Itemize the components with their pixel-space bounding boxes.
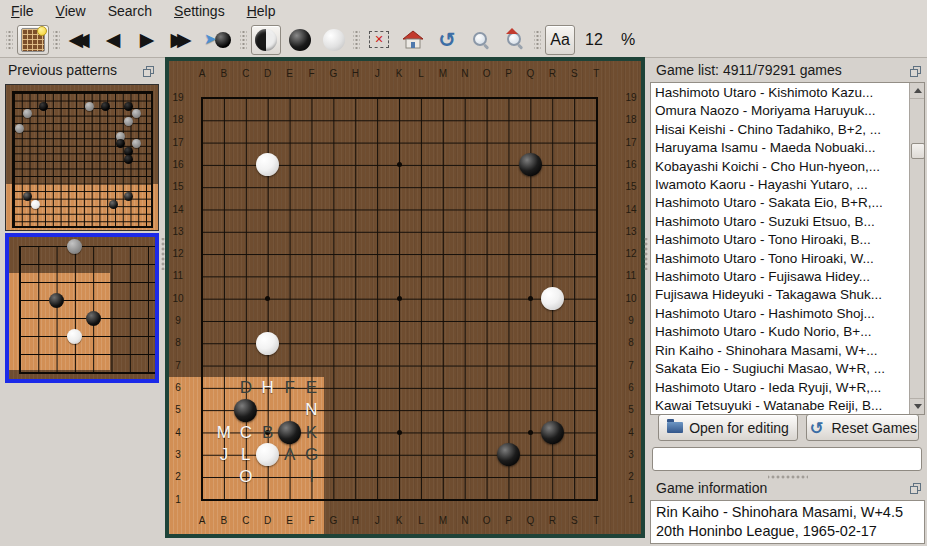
coord-left-11: 11 — [169, 270, 188, 281]
coord-top-D: D — [259, 68, 277, 79]
game-list-scrollbar[interactable] — [909, 83, 924, 414]
game-list-item[interactable]: Sakata Eio - Sugiuchi Masao, W+R, ... — [651, 360, 909, 378]
thumb-black-stone — [124, 102, 133, 111]
coord-top-C: C — [237, 68, 255, 79]
coord-bottom-D: D — [259, 515, 277, 526]
coord-bottom-S: S — [565, 515, 583, 526]
coord-right-18: 18 — [621, 114, 641, 125]
toolbar-separator — [353, 29, 360, 51]
coord-right-3: 3 — [621, 449, 641, 460]
coord-left-3: 3 — [169, 449, 188, 460]
coord-left-14: 14 — [169, 204, 188, 215]
coord-top-L: L — [412, 68, 430, 79]
coord-left-12: 12 — [169, 248, 188, 259]
coord-right-15: 15 — [621, 181, 641, 192]
coord-bottom-K: K — [390, 515, 408, 526]
scrollbar-thumb[interactable] — [911, 143, 925, 159]
new-pattern-search-button[interactable] — [17, 25, 49, 55]
thumb-white-stone — [124, 117, 133, 126]
continuation-label-C-C4[interactable]: C — [235, 422, 257, 444]
coord-left-8: 8 — [169, 337, 188, 348]
coord-bottom-Q: Q — [522, 515, 540, 526]
star-point-K4 — [397, 430, 402, 435]
coord-top-G: G — [324, 68, 342, 79]
coord-left-18: 18 — [169, 114, 188, 125]
menubar: FileViewSearchSettingsHelp — [0, 0, 927, 22]
coord-bottom-N: N — [456, 515, 474, 526]
continuation-label-I-F2[interactable]: I — [301, 466, 323, 488]
toolbar-separator — [240, 29, 247, 51]
half-black-white-stone-icon — [255, 29, 277, 51]
coord-bottom-H: H — [346, 515, 364, 526]
continuation-label-N-F5[interactable]: N — [301, 399, 323, 421]
game-list-item[interactable]: Hashimoto Utaro - Ieda Ryuji, W+R,... — [651, 379, 909, 397]
continuation-label-M-B4[interactable]: M — [213, 422, 235, 444]
thumb-black-stone — [39, 102, 48, 111]
coord-top-J: J — [368, 68, 386, 79]
magnifier-home-icon — [505, 30, 525, 50]
scroll-up-button[interactable] — [910, 83, 925, 99]
continuation-label-J-B3[interactable]: J — [213, 444, 235, 466]
game-list-item[interactable]: Hashimoto Utaro - Fujisawa Hidey... — [651, 268, 909, 286]
triangle-down-icon — [914, 404, 922, 409]
menu-settings[interactable]: Settings — [163, 1, 236, 21]
coord-bottom-E: E — [281, 515, 299, 526]
go-to-end-icon — [204, 29, 232, 51]
thumb-white-stone — [67, 239, 82, 254]
black-stone-C5[interactable] — [234, 399, 257, 422]
game-list-item[interactable]: Iwamoto Kaoru - Hayashi Yutaro, ... — [651, 176, 909, 194]
font-size-value[interactable]: 12 — [579, 25, 609, 55]
thumbnail-grid — [20, 246, 155, 373]
game-list-item[interactable]: Hashimoto Utaro - Suzuki Etsuo, B... — [651, 213, 909, 231]
menu-search[interactable]: Search — [97, 1, 163, 21]
coord-left-19: 19 — [169, 92, 188, 103]
white-stone-button[interactable] — [319, 25, 349, 55]
coord-top-B: B — [215, 68, 233, 79]
font-toggle-button[interactable]: Aa — [545, 25, 575, 55]
coord-right-4: 4 — [621, 427, 641, 438]
coord-right-12: 12 — [621, 248, 641, 259]
folder-icon — [667, 422, 683, 433]
coord-top-Q: Q — [522, 68, 540, 79]
game-list-item[interactable]: Hashimoto Utaro - Tono Hiroaki, B... — [651, 231, 909, 249]
coord-right-14: 14 — [621, 204, 641, 215]
go-to-end-button[interactable] — [200, 25, 236, 55]
coord-left-6: 6 — [169, 382, 188, 393]
coord-right-2: 2 — [621, 471, 641, 482]
coord-top-E: E — [281, 68, 299, 79]
game-list-item[interactable]: Rin Kaiho - Shinohara Masami, W+... — [651, 342, 909, 360]
thumb-white-stone — [31, 200, 40, 209]
menu-help[interactable]: Help — [236, 1, 287, 21]
fast-forward-icon: ▶▶ — [170, 30, 191, 49]
continuation-label-L-C3[interactable]: L — [235, 444, 257, 466]
coord-left-17: 17 — [169, 137, 188, 148]
continuation-label-H-D6[interactable]: H — [257, 377, 279, 399]
thumb-black-stone — [101, 102, 110, 111]
rotate-arrow-icon — [438, 28, 456, 52]
game-list-filter-input[interactable] — [652, 447, 922, 471]
home-icon — [402, 30, 424, 50]
coord-left-7: 7 — [169, 360, 188, 371]
coord-bottom-C: C — [237, 515, 255, 526]
game-information-title: Game information — [656, 480, 767, 496]
previous-pattern-thumbnail-1[interactable] — [5, 84, 159, 231]
zoom-button[interactable] — [466, 25, 496, 55]
coord-right-17: 17 — [621, 137, 641, 148]
thumb-white-stone — [67, 329, 82, 344]
dock-icon[interactable] — [910, 66, 921, 77]
thumb-black-stone — [109, 200, 118, 209]
white-stone-icon — [323, 29, 345, 51]
coord-top-H: H — [346, 68, 364, 79]
star-point-K10 — [397, 296, 402, 301]
coord-left-9: 9 — [169, 315, 188, 326]
fast-forward-button[interactable]: ▶▶ — [166, 25, 196, 55]
menu-view[interactable]: View — [45, 1, 97, 21]
coord-right-16: 16 — [621, 159, 641, 170]
magnifier-icon — [471, 30, 491, 50]
thumb-black-stone — [86, 311, 101, 326]
scroll-down-button[interactable] — [910, 398, 925, 414]
continuation-label-F-E6[interactable]: F — [279, 377, 301, 399]
coord-bottom-T: T — [587, 515, 605, 526]
board-grid-icon — [21, 28, 45, 52]
coord-right-6: 6 — [621, 382, 641, 393]
coord-top-P: P — [500, 68, 518, 79]
game-list-title: Game list: 4911/79291 games — [656, 62, 842, 78]
coord-right-8: 8 — [621, 337, 641, 348]
coord-left-4: 4 — [169, 427, 188, 438]
game-list-item[interactable]: Hisai Keishi - Chino Tadahiko, B+2, ... — [651, 121, 909, 139]
white-stone-D8[interactable] — [256, 332, 279, 355]
coord-top-K: K — [390, 68, 408, 79]
forward-button[interactable]: ▶ — [132, 25, 162, 55]
continuation-label-K-F4[interactable]: K — [301, 422, 323, 444]
right-panel: Game list: 4911/79291 games Hashimoto Ut… — [648, 58, 927, 546]
rewind-button[interactable]: ◀◀ — [64, 25, 94, 55]
black-stone-R4[interactable] — [541, 421, 564, 444]
home-button[interactable] — [398, 25, 428, 55]
game-list-item[interactable]: Omura Naozo - Moriyama Haruyuk... — [651, 102, 909, 120]
coord-top-A: A — [193, 68, 211, 79]
forward-icon: ▶ — [140, 30, 155, 49]
coord-top-S: S — [565, 68, 583, 79]
coord-right-13: 13 — [621, 226, 641, 237]
delete-icon — [369, 31, 389, 48]
black-stone-button[interactable] — [285, 25, 315, 55]
continuation-label-G-F3[interactable]: G — [301, 444, 323, 466]
game-list-item[interactable]: Haruyama Isamu - Maeda Nobuaki... — [651, 139, 909, 157]
game-info-line-2: 20th Honinbo League, 1965-02-17 — [656, 522, 919, 541]
rewind-icon: ◀◀ — [68, 30, 89, 49]
clear-board-button[interactable] — [364, 25, 394, 55]
back-button[interactable]: ◀ — [98, 25, 128, 55]
coord-top-N: N — [456, 68, 474, 79]
continuation-label-A-E3[interactable]: A — [279, 444, 301, 466]
coord-bottom-J: J — [368, 515, 386, 526]
info-splitter-handle[interactable] — [768, 474, 808, 480]
coord-left-16: 16 — [169, 159, 188, 170]
game-information-box[interactable]: Rin Kaiho - Shinohara Masami, W+4.5 20th… — [650, 500, 925, 544]
open-for-editing-button[interactable]: Open for editing — [658, 414, 798, 441]
game-list-item[interactable]: Hashimoto Utaro - Kudo Norio, B+... — [651, 323, 909, 341]
coord-top-O: O — [478, 68, 496, 79]
triangle-up-icon — [914, 88, 922, 93]
toolbar-separator — [534, 29, 541, 51]
coord-left-1: 1 — [169, 494, 188, 505]
coord-bottom-G: G — [324, 515, 342, 526]
coord-right-11: 11 — [621, 270, 641, 281]
coord-right-9: 9 — [621, 315, 641, 326]
game-list-item[interactable]: Kobayashi Koichi - Cho Hun-hyeon,... — [651, 158, 909, 176]
coord-left-5: 5 — [169, 404, 188, 415]
coord-top-F: F — [303, 68, 321, 79]
alternate-color-button[interactable] — [251, 25, 281, 55]
coord-top-M: M — [434, 68, 452, 79]
black-stone-icon — [289, 29, 311, 51]
coord-bottom-M: M — [434, 515, 452, 526]
dock-icon[interactable] — [910, 483, 921, 494]
percent-button[interactable]: % — [613, 25, 643, 55]
coord-left-15: 15 — [169, 181, 188, 192]
menu-file[interactable]: File — [0, 1, 45, 21]
continuation-label-B-D4[interactable]: B — [257, 422, 279, 444]
coord-bottom-R: R — [543, 515, 561, 526]
game-list-item[interactable]: Kawai Tetsuyuki - Watanabe Reiji, B... — [651, 397, 909, 415]
coord-bottom-B: B — [215, 515, 233, 526]
toolbar-separator — [53, 29, 60, 51]
game-list-item[interactable]: Hashimoto Utaro - Hashimoto Shoj... — [651, 305, 909, 323]
dock-icon[interactable] — [143, 66, 154, 77]
coord-right-10: 10 — [621, 293, 641, 304]
coord-right-1: 1 — [621, 494, 641, 505]
coord-right-19: 19 — [621, 92, 641, 103]
coord-top-R: R — [543, 68, 561, 79]
game-list-item[interactable]: Hashimoto Utaro - Kishimoto Kazu... — [651, 84, 909, 102]
coord-bottom-A: A — [193, 515, 211, 526]
toolbar-drag-handle[interactable] — [6, 29, 13, 51]
coord-top-T: T — [587, 68, 605, 79]
back-icon: ◀ — [106, 30, 121, 49]
continuation-label-D-C6[interactable]: D — [235, 377, 257, 399]
rotate-arrow-icon — [810, 418, 824, 437]
reset-games-button[interactable]: Reset Games — [806, 414, 919, 441]
game-list-item[interactable]: Fujisawa Hideyuki - Takagawa Shuk... — [651, 286, 909, 304]
coord-left-2: 2 — [169, 471, 188, 482]
toolbar: ◀◀ ◀ ▶ ▶▶ Aa 12 % — [0, 22, 927, 58]
coord-bottom-F: F — [303, 515, 321, 526]
game-info-line-1: Rin Kaiho - Shinohara Masami, W+4.5 — [656, 503, 919, 522]
continuation-label-O-C2[interactable]: O — [235, 466, 257, 488]
coord-bottom-O: O — [478, 515, 496, 526]
game-list-item[interactable]: Hashimoto Utaro - Tono Hiroaki, W... — [651, 250, 909, 268]
aa-label: Aa — [550, 31, 570, 49]
goban-wood: AABBCCDDEEFFGGHHJJKKLLMMNNOOPPQQRRSSTT19… — [169, 61, 641, 534]
reset-view-button[interactable] — [432, 25, 462, 55]
game-list[interactable]: Hashimoto Utaro - Kishimoto Kazu...Omura… — [650, 82, 925, 415]
zoom-home-button[interactable] — [500, 25, 530, 55]
thumb-white-stone — [85, 102, 94, 111]
goban[interactable]: AABBCCDDEEFFGGHHJJKKLLMMNNOOPPQQRRSSTT19… — [165, 57, 645, 538]
continuation-label-E-F6[interactable]: E — [301, 377, 323, 399]
game-list-item[interactable]: Hashimoto Utaro - Sakata Eio, B+R,... — [651, 194, 909, 212]
kombilo-window: { "game": "go", "colors": { "wood_dark":… — [0, 0, 927, 546]
coord-bottom-P: P — [500, 515, 518, 526]
coord-left-13: 13 — [169, 226, 188, 237]
coord-right-5: 5 — [621, 404, 641, 415]
previous-patterns-title: Previous patterns — [8, 62, 117, 78]
thumb-black-stone — [124, 155, 133, 164]
coord-bottom-L: L — [412, 515, 430, 526]
coord-left-10: 10 — [169, 293, 188, 304]
coord-right-7: 7 — [621, 360, 641, 371]
previous-pattern-thumbnail-2-selected[interactable] — [5, 233, 159, 383]
thumb-black-stone — [49, 293, 64, 308]
